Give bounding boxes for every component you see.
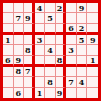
cell-r4c6-empty[interactable]	[56, 35, 67, 45]
cell-r2c5-given-5[interactable]: 5	[45, 13, 56, 23]
cell-r5c5-given-4[interactable]: 4	[45, 45, 56, 55]
cell-r8c1-empty[interactable]	[3, 77, 14, 87]
cell-r1c1-empty[interactable]	[3, 3, 14, 13]
cell-r2c3-given-9[interactable]: 9	[24, 13, 35, 23]
cell-r3c6-empty[interactable]	[56, 24, 67, 35]
cell-r9c3-empty[interactable]	[24, 88, 35, 98]
cell-r9c9-empty[interactable]	[87, 88, 98, 98]
cell-r3c9-empty[interactable]	[87, 24, 98, 35]
cell-r3c4-empty[interactable]	[35, 24, 46, 35]
cell-r4c4-given-3[interactable]: 3	[35, 35, 46, 45]
cell-r7c2-given-8[interactable]: 8	[14, 67, 25, 77]
cell-r4c9-given-9[interactable]: 9	[87, 35, 98, 45]
cell-r1c2-empty[interactable]	[14, 3, 25, 13]
cell-r7c7-empty[interactable]	[66, 67, 77, 77]
cell-r7c9-empty[interactable]	[87, 67, 98, 77]
cell-r6c1-given-6[interactable]: 6	[3, 56, 14, 67]
cell-r8c4-empty[interactable]	[35, 77, 46, 87]
cell-r7c5-empty[interactable]	[45, 67, 56, 77]
cell-r5c8-empty[interactable]	[77, 45, 88, 55]
cell-r3c7-given-6[interactable]: 6	[66, 24, 77, 35]
cell-r9c5-empty[interactable]	[45, 88, 56, 98]
cell-r7c6-empty[interactable]	[56, 67, 67, 77]
cell-r3c1-empty[interactable]	[3, 24, 14, 35]
cell-r1c8-given-9[interactable]: 9	[77, 3, 88, 13]
cell-r4c3-empty[interactable]	[24, 35, 35, 45]
cell-r3c5-empty[interactable]	[45, 24, 56, 35]
cell-r4c1-given-1[interactable]: 1	[3, 35, 14, 45]
cell-r6c2-given-9[interactable]: 9	[14, 56, 25, 67]
cell-r5c3-given-8[interactable]: 8	[24, 45, 35, 55]
cell-r9c4-given-1[interactable]: 1	[35, 88, 46, 98]
cell-r9c6-given-9[interactable]: 9	[56, 88, 67, 98]
cell-r6c7-empty[interactable]	[66, 56, 77, 67]
cell-r3c3-empty[interactable]	[24, 24, 35, 35]
cell-r8c5-given-8[interactable]: 8	[45, 77, 56, 87]
cell-r4c2-empty[interactable]	[14, 35, 25, 45]
cell-r2c6-empty[interactable]	[56, 13, 67, 23]
cell-r9c1-empty[interactable]	[3, 88, 14, 98]
cell-r7c3-given-7[interactable]: 7	[24, 67, 35, 77]
cell-r9c7-empty[interactable]	[66, 88, 77, 98]
cell-r9c8-empty[interactable]	[77, 88, 88, 98]
cell-r1c6-given-2[interactable]: 2	[56, 3, 67, 13]
cell-r6c3-empty[interactable]	[24, 56, 35, 67]
cell-r4c8-given-5[interactable]: 5	[77, 35, 88, 45]
cell-r1c7-empty[interactable]	[66, 3, 77, 13]
cell-r7c8-empty[interactable]	[77, 67, 88, 77]
cell-r1c3-empty[interactable]	[24, 3, 35, 13]
cell-r8c8-given-4[interactable]: 4	[77, 77, 88, 87]
cell-r2c9-empty[interactable]	[87, 13, 98, 23]
cell-r3c8-given-2[interactable]: 2	[77, 24, 88, 35]
cell-r8c3-empty[interactable]	[24, 77, 35, 87]
cell-r8c6-empty[interactable]	[56, 77, 67, 87]
cell-r1c9-empty[interactable]	[87, 3, 98, 13]
cell-r9c2-given-6[interactable]: 6	[14, 88, 25, 98]
cell-r1c4-given-4[interactable]: 4	[35, 3, 46, 13]
cell-r6c8-empty[interactable]	[77, 56, 88, 67]
cell-r6c5-empty[interactable]	[45, 56, 56, 67]
cell-r1c5-empty[interactable]	[45, 3, 56, 13]
cell-r2c4-empty[interactable]	[35, 13, 46, 23]
cell-r4c7-empty[interactable]	[66, 35, 77, 45]
cell-r8c9-empty[interactable]	[87, 77, 98, 87]
cell-r2c2-given-7[interactable]: 7	[14, 13, 25, 23]
cell-r8c7-given-7[interactable]: 7	[66, 77, 77, 87]
cell-r5c7-given-3[interactable]: 3	[66, 45, 77, 55]
sudoku-board: 429795621359843698187874619	[0, 0, 101, 101]
cell-r4c5-empty[interactable]	[45, 35, 56, 45]
cell-r8c2-empty[interactable]	[14, 77, 25, 87]
cell-r7c1-empty[interactable]	[3, 67, 14, 77]
cell-r5c4-empty[interactable]	[35, 45, 46, 55]
cell-r6c6-given-8[interactable]: 8	[56, 56, 67, 67]
cell-r6c4-empty[interactable]	[35, 56, 46, 67]
cell-r3c2-empty[interactable]	[14, 24, 25, 35]
cell-r2c1-empty[interactable]	[3, 13, 14, 23]
cell-r7c4-empty[interactable]	[35, 67, 46, 77]
cell-r6c9-given-1[interactable]: 1	[87, 56, 98, 67]
